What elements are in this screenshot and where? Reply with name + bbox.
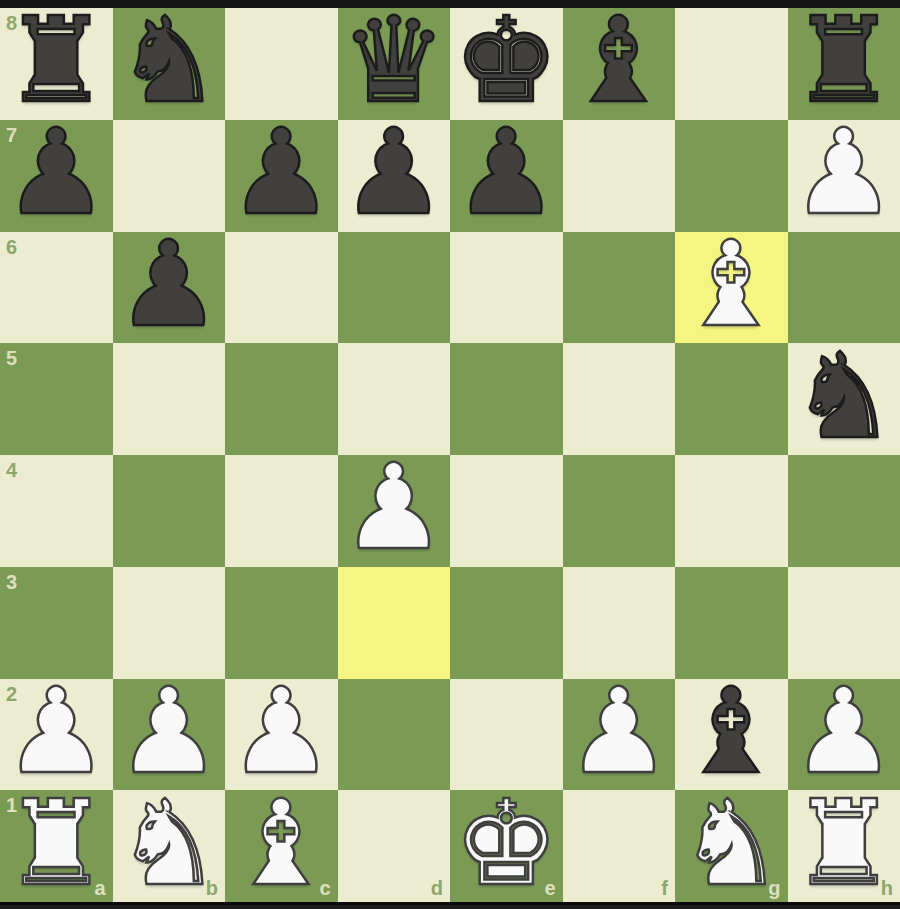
square-b1[interactable]: b♞ [113, 790, 226, 902]
piece-white-rook-a1[interactable]: ♜ [3, 788, 109, 899]
piece-black-queen-d8[interactable]: ♛ [341, 5, 447, 116]
square-g1[interactable]: g♞ [675, 790, 788, 902]
square-f6[interactable] [563, 232, 676, 344]
square-c7[interactable]: ♟ [225, 120, 338, 232]
piece-black-rook-h8[interactable]: ♜ [791, 5, 897, 116]
piece-black-rook-a8[interactable]: ♜ [3, 5, 109, 116]
file-label-f: f [661, 878, 668, 898]
square-d7[interactable]: ♟ [338, 120, 451, 232]
piece-white-pawn-f2[interactable]: ♟ [566, 676, 672, 787]
square-e7[interactable]: ♟ [450, 120, 563, 232]
file-label-d: d [431, 878, 443, 898]
piece-white-pawn-c2[interactable]: ♟ [228, 676, 334, 787]
piece-black-king-e8[interactable]: ♚ [453, 5, 559, 116]
square-f1[interactable]: f [563, 790, 676, 902]
square-c6[interactable] [225, 232, 338, 344]
piece-white-knight-g1[interactable]: ♞ [678, 788, 784, 899]
square-h5[interactable]: ♞ [788, 343, 900, 455]
square-f4[interactable] [563, 455, 676, 567]
square-a4[interactable]: 4 [0, 455, 113, 567]
square-c1[interactable]: c♝ [225, 790, 338, 902]
piece-white-pawn-b2[interactable]: ♟ [116, 676, 222, 787]
square-f2[interactable]: ♟ [563, 679, 676, 791]
piece-white-king-e1[interactable]: ♚ [453, 788, 559, 899]
piece-black-pawn-e7[interactable]: ♟ [453, 117, 559, 228]
square-b8[interactable]: ♞ [113, 8, 226, 120]
piece-black-bishop-g2[interactable]: ♝ [678, 676, 784, 787]
square-g4[interactable] [675, 455, 788, 567]
square-a1[interactable]: 1a♜ [0, 790, 113, 902]
piece-white-bishop-g6[interactable]: ♝ [678, 229, 784, 340]
square-d4[interactable]: ♟ [338, 455, 451, 567]
rank-label-3: 3 [6, 572, 17, 592]
square-g5[interactable] [675, 343, 788, 455]
square-a7[interactable]: 7♟ [0, 120, 113, 232]
piece-black-knight-h5[interactable]: ♞ [791, 341, 897, 452]
square-e1[interactable]: e♚ [450, 790, 563, 902]
square-e5[interactable] [450, 343, 563, 455]
piece-white-pawn-a2[interactable]: ♟ [3, 676, 109, 787]
square-d2[interactable] [338, 679, 451, 791]
square-g6[interactable]: ♝ [675, 232, 788, 344]
square-e3[interactable] [450, 567, 563, 679]
piece-black-pawn-b6[interactable]: ♟ [116, 229, 222, 340]
piece-white-rook-h1[interactable]: ♜ [791, 788, 897, 899]
square-e4[interactable] [450, 455, 563, 567]
piece-black-pawn-c7[interactable]: ♟ [228, 117, 334, 228]
piece-black-bishop-f8[interactable]: ♝ [566, 5, 672, 116]
piece-white-knight-b1[interactable]: ♞ [116, 788, 222, 899]
square-g8[interactable] [675, 8, 788, 120]
square-b4[interactable] [113, 455, 226, 567]
rank-label-5: 5 [6, 348, 17, 368]
piece-white-pawn-h2[interactable]: ♟ [791, 676, 897, 787]
square-a5[interactable]: 5 [0, 343, 113, 455]
square-f8[interactable]: ♝ [563, 8, 676, 120]
square-d1[interactable]: d [338, 790, 451, 902]
square-a6[interactable]: 6 [0, 232, 113, 344]
square-c5[interactable] [225, 343, 338, 455]
square-d6[interactable] [338, 232, 451, 344]
square-c4[interactable] [225, 455, 338, 567]
board-frame: 8♜♞♛♚♝♜7♟♟♟♟♟6♟♝5♞4♟32♟♟♟♟♝♟1a♜b♞c♝de♚fg… [0, 0, 900, 909]
piece-black-pawn-a7[interactable]: ♟ [3, 117, 109, 228]
piece-white-pawn-h7[interactable]: ♟ [791, 117, 897, 228]
square-d3[interactable] [338, 567, 451, 679]
square-h4[interactable] [788, 455, 900, 567]
square-h7[interactable]: ♟ [788, 120, 900, 232]
piece-white-pawn-d4[interactable]: ♟ [341, 452, 447, 563]
square-e6[interactable] [450, 232, 563, 344]
square-b5[interactable] [113, 343, 226, 455]
piece-black-knight-b8[interactable]: ♞ [116, 5, 222, 116]
chess-board[interactable]: 8♜♞♛♚♝♜7♟♟♟♟♟6♟♝5♞4♟32♟♟♟♟♝♟1a♜b♞c♝de♚fg… [0, 8, 900, 902]
square-f7[interactable] [563, 120, 676, 232]
piece-white-bishop-c1[interactable]: ♝ [228, 788, 334, 899]
square-h1[interactable]: h♜ [788, 790, 900, 902]
rank-label-6: 6 [6, 237, 17, 257]
square-b6[interactable]: ♟ [113, 232, 226, 344]
square-f5[interactable] [563, 343, 676, 455]
rank-label-4: 4 [6, 460, 17, 480]
piece-black-pawn-d7[interactable]: ♟ [341, 117, 447, 228]
